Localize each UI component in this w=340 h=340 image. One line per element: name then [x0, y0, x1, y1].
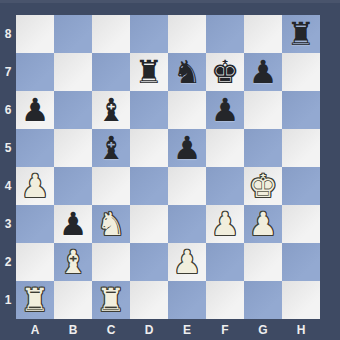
square-a1[interactable]: ♜ — [16, 281, 54, 319]
square-g7[interactable]: ♟ — [244, 53, 282, 91]
square-f7[interactable]: ♚ — [206, 53, 244, 91]
square-e8[interactable] — [168, 15, 206, 53]
rank-labels: 87654321 — [0, 15, 16, 319]
white-rook[interactable]: ♜ — [21, 281, 50, 319]
square-d3[interactable] — [130, 205, 168, 243]
square-b1[interactable] — [54, 281, 92, 319]
black-pawn[interactable]: ♟ — [59, 205, 88, 243]
square-b5[interactable] — [54, 129, 92, 167]
square-g4[interactable]: ♚ — [244, 167, 282, 205]
square-d8[interactable] — [130, 15, 168, 53]
rank-label-3: 3 — [0, 205, 16, 243]
file-label-e: E — [168, 319, 206, 340]
square-b8[interactable] — [54, 15, 92, 53]
black-pawn[interactable]: ♟ — [211, 91, 240, 129]
square-h4[interactable] — [282, 167, 320, 205]
square-h7[interactable] — [282, 53, 320, 91]
black-king[interactable]: ♚ — [211, 53, 240, 91]
square-a2[interactable] — [16, 243, 54, 281]
square-f3[interactable]: ♟ — [206, 205, 244, 243]
file-label-c: C — [92, 319, 130, 340]
black-pawn[interactable]: ♟ — [21, 91, 50, 129]
chess-board-frame: 87654321 ♜♜♞♚♟♟♝♟♝♟♟♚♟♞♟♟♝♟♜♜ ABCDEFGH — [0, 0, 340, 340]
square-a6[interactable]: ♟ — [16, 91, 54, 129]
square-b4[interactable] — [54, 167, 92, 205]
square-h6[interactable] — [282, 91, 320, 129]
square-b2[interactable]: ♝ — [54, 243, 92, 281]
chess-board: ♜♜♞♚♟♟♝♟♝♟♟♚♟♞♟♟♝♟♜♜ — [16, 15, 320, 319]
square-g3[interactable]: ♟ — [244, 205, 282, 243]
rank-label-7: 7 — [0, 53, 16, 91]
square-c5[interactable]: ♝ — [92, 129, 130, 167]
square-e7[interactable]: ♞ — [168, 53, 206, 91]
square-e1[interactable] — [168, 281, 206, 319]
black-pawn[interactable]: ♟ — [173, 129, 202, 167]
file-label-d: D — [130, 319, 168, 340]
square-c1[interactable]: ♜ — [92, 281, 130, 319]
rank-label-1: 1 — [0, 281, 16, 319]
square-a4[interactable]: ♟ — [16, 167, 54, 205]
square-g5[interactable] — [244, 129, 282, 167]
square-d6[interactable] — [130, 91, 168, 129]
black-pawn[interactable]: ♟ — [249, 53, 278, 91]
square-f6[interactable]: ♟ — [206, 91, 244, 129]
square-c8[interactable] — [92, 15, 130, 53]
square-b6[interactable] — [54, 91, 92, 129]
file-label-h: H — [282, 319, 320, 340]
square-g2[interactable] — [244, 243, 282, 281]
square-d1[interactable] — [130, 281, 168, 319]
square-e5[interactable]: ♟ — [168, 129, 206, 167]
white-rook[interactable]: ♜ — [97, 281, 126, 319]
square-c7[interactable] — [92, 53, 130, 91]
square-g6[interactable] — [244, 91, 282, 129]
square-d2[interactable] — [130, 243, 168, 281]
square-d5[interactable] — [130, 129, 168, 167]
rank-label-8: 8 — [0, 15, 16, 53]
rank-label-2: 2 — [0, 243, 16, 281]
square-a8[interactable] — [16, 15, 54, 53]
rank-label-6: 6 — [0, 91, 16, 129]
square-b7[interactable] — [54, 53, 92, 91]
square-e3[interactable] — [168, 205, 206, 243]
white-pawn[interactable]: ♟ — [211, 205, 240, 243]
square-a3[interactable] — [16, 205, 54, 243]
black-knight[interactable]: ♞ — [173, 53, 202, 91]
square-e4[interactable] — [168, 167, 206, 205]
square-b3[interactable]: ♟ — [54, 205, 92, 243]
square-h3[interactable] — [282, 205, 320, 243]
square-h2[interactable] — [282, 243, 320, 281]
square-a7[interactable] — [16, 53, 54, 91]
square-e6[interactable] — [168, 91, 206, 129]
white-king[interactable]: ♚ — [249, 167, 278, 205]
square-c2[interactable] — [92, 243, 130, 281]
file-label-f: F — [206, 319, 244, 340]
black-bishop[interactable]: ♝ — [97, 129, 126, 167]
file-label-g: G — [244, 319, 282, 340]
square-c3[interactable]: ♞ — [92, 205, 130, 243]
square-g8[interactable] — [244, 15, 282, 53]
file-labels: ABCDEFGH — [16, 319, 320, 340]
square-d7[interactable]: ♜ — [130, 53, 168, 91]
square-a5[interactable] — [16, 129, 54, 167]
square-g1[interactable] — [244, 281, 282, 319]
white-pawn[interactable]: ♟ — [249, 205, 278, 243]
white-knight[interactable]: ♞ — [97, 205, 126, 243]
square-f5[interactable] — [206, 129, 244, 167]
square-h5[interactable] — [282, 129, 320, 167]
black-rook[interactable]: ♜ — [135, 53, 164, 91]
square-f1[interactable] — [206, 281, 244, 319]
rank-label-5: 5 — [0, 129, 16, 167]
file-label-b: B — [54, 319, 92, 340]
white-pawn[interactable]: ♟ — [21, 167, 50, 205]
black-rook[interactable]: ♜ — [287, 15, 316, 53]
square-f2[interactable] — [206, 243, 244, 281]
white-bishop[interactable]: ♝ — [59, 243, 88, 281]
square-c4[interactable] — [92, 167, 130, 205]
black-bishop[interactable]: ♝ — [97, 91, 126, 129]
rank-label-4: 4 — [0, 167, 16, 205]
file-label-a: A — [16, 319, 54, 340]
square-f8[interactable] — [206, 15, 244, 53]
white-pawn[interactable]: ♟ — [173, 243, 202, 281]
square-e2[interactable]: ♟ — [168, 243, 206, 281]
square-d4[interactable] — [130, 167, 168, 205]
square-f4[interactable] — [206, 167, 244, 205]
square-h8[interactable]: ♜ — [282, 15, 320, 53]
square-h1[interactable] — [282, 281, 320, 319]
square-c6[interactable]: ♝ — [92, 91, 130, 129]
